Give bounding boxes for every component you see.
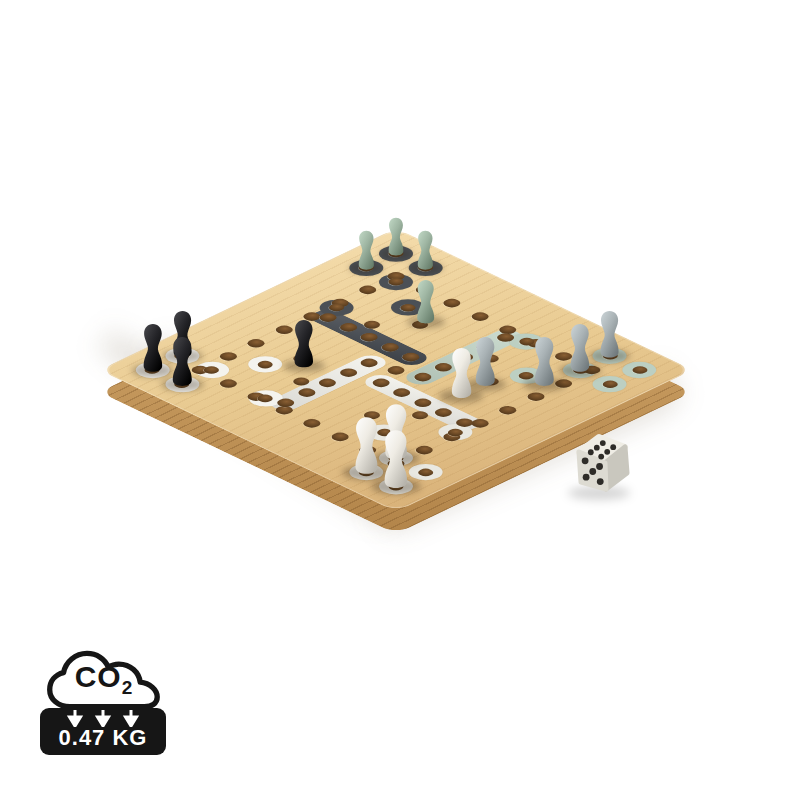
peg-black[interactable]	[290, 319, 318, 372]
co2-weight-label: 0.47 KG	[59, 727, 148, 749]
board-hole	[300, 418, 324, 429]
board-hole	[356, 284, 380, 295]
board-hole	[244, 337, 268, 348]
board-hole	[440, 297, 464, 308]
board-hole	[216, 378, 240, 389]
co2-label: CO2	[40, 662, 168, 697]
peg-grey[interactable]	[530, 336, 559, 391]
photo-canvas: CO2 0.47 KG	[0, 0, 800, 800]
peg-black[interactable]	[139, 323, 167, 377]
peg-green[interactable]	[413, 279, 438, 328]
board-hole	[468, 311, 492, 322]
board-hole	[328, 431, 352, 442]
peg-white[interactable]	[447, 347, 476, 403]
peg-grey[interactable]	[596, 310, 623, 362]
die[interactable]	[566, 430, 632, 500]
board-hole	[496, 404, 520, 415]
peg-black[interactable]	[168, 336, 197, 391]
board-hole	[216, 351, 240, 362]
center-hole	[384, 364, 408, 375]
co2-badge: CO2 0.47 KG	[40, 646, 168, 755]
peg-green[interactable]	[414, 230, 437, 275]
co2-cloud-icon: CO2	[40, 646, 168, 712]
board-hole	[524, 391, 548, 402]
peg-green[interactable]	[355, 230, 378, 275]
peg-grey[interactable]	[566, 323, 594, 377]
peg-white[interactable]	[379, 429, 413, 493]
co2-weight-plate: 0.47 KG	[40, 708, 166, 755]
peg-green[interactable]	[385, 217, 407, 260]
peg-white[interactable]	[350, 416, 383, 479]
